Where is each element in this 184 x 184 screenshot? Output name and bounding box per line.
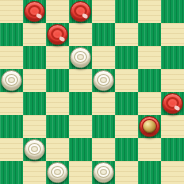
- square-e7[interactable]: [92, 23, 115, 46]
- square-g4: [138, 92, 161, 115]
- square-f4[interactable]: [115, 92, 138, 115]
- square-d5: [69, 69, 92, 92]
- square-a7[interactable]: [0, 23, 23, 46]
- square-c5[interactable]: [46, 69, 69, 92]
- square-c4: [46, 92, 69, 115]
- white-man-piece[interactable]: [70, 47, 91, 68]
- square-d7: [69, 23, 92, 46]
- square-b1: [23, 161, 46, 184]
- square-b2[interactable]: [23, 138, 46, 161]
- white-man-piece[interactable]: [93, 70, 114, 91]
- white-man-piece[interactable]: [47, 162, 68, 183]
- square-g7[interactable]: [138, 23, 161, 46]
- square-e1[interactable]: [92, 161, 115, 184]
- red-man-piece[interactable]: [47, 24, 68, 45]
- square-g1[interactable]: [138, 161, 161, 184]
- square-d6[interactable]: [69, 46, 92, 69]
- square-h1: [161, 161, 184, 184]
- square-a2: [0, 138, 23, 161]
- square-f3: [115, 115, 138, 138]
- square-f2[interactable]: [115, 138, 138, 161]
- square-e2: [92, 138, 115, 161]
- square-g5[interactable]: [138, 69, 161, 92]
- square-b5: [23, 69, 46, 92]
- square-h5: [161, 69, 184, 92]
- square-g8: [138, 0, 161, 23]
- white-man-piece[interactable]: [1, 70, 22, 91]
- square-c6: [46, 46, 69, 69]
- white-man-piece[interactable]: [24, 139, 45, 160]
- square-f5: [115, 69, 138, 92]
- square-f7: [115, 23, 138, 46]
- square-b6[interactable]: [23, 46, 46, 69]
- white-man-piece[interactable]: [93, 162, 114, 183]
- square-a1[interactable]: [0, 161, 23, 184]
- square-e8: [92, 0, 115, 23]
- square-d4[interactable]: [69, 92, 92, 115]
- square-a8: [0, 0, 23, 23]
- square-a4: [0, 92, 23, 115]
- square-d1: [69, 161, 92, 184]
- square-b7: [23, 23, 46, 46]
- square-e5[interactable]: [92, 69, 115, 92]
- square-e6: [92, 46, 115, 69]
- square-h7: [161, 23, 184, 46]
- square-a6: [0, 46, 23, 69]
- red-man-piece[interactable]: [162, 93, 183, 114]
- square-d3: [69, 115, 92, 138]
- square-f8[interactable]: [115, 0, 138, 23]
- square-h2[interactable]: [161, 138, 184, 161]
- square-c2: [46, 138, 69, 161]
- square-d2[interactable]: [69, 138, 92, 161]
- square-e4: [92, 92, 115, 115]
- square-h3: [161, 115, 184, 138]
- red-man-piece[interactable]: [24, 1, 45, 22]
- square-h8[interactable]: [161, 0, 184, 23]
- red-man-piece[interactable]: [70, 1, 91, 22]
- square-b3: [23, 115, 46, 138]
- square-c1[interactable]: [46, 161, 69, 184]
- square-a5[interactable]: [0, 69, 23, 92]
- square-e3[interactable]: [92, 115, 115, 138]
- square-c3[interactable]: [46, 115, 69, 138]
- square-g6: [138, 46, 161, 69]
- square-c7[interactable]: [46, 23, 69, 46]
- square-d8[interactable]: [69, 0, 92, 23]
- square-g3[interactable]: [138, 115, 161, 138]
- square-c8: [46, 0, 69, 23]
- checkers-board: [0, 0, 184, 184]
- red-king-piece[interactable]: [139, 116, 160, 137]
- square-b4[interactable]: [23, 92, 46, 115]
- square-f6[interactable]: [115, 46, 138, 69]
- square-a3[interactable]: [0, 115, 23, 138]
- square-b8[interactable]: [23, 0, 46, 23]
- square-f1: [115, 161, 138, 184]
- square-h6[interactable]: [161, 46, 184, 69]
- square-g2: [138, 138, 161, 161]
- square-h4[interactable]: [161, 92, 184, 115]
